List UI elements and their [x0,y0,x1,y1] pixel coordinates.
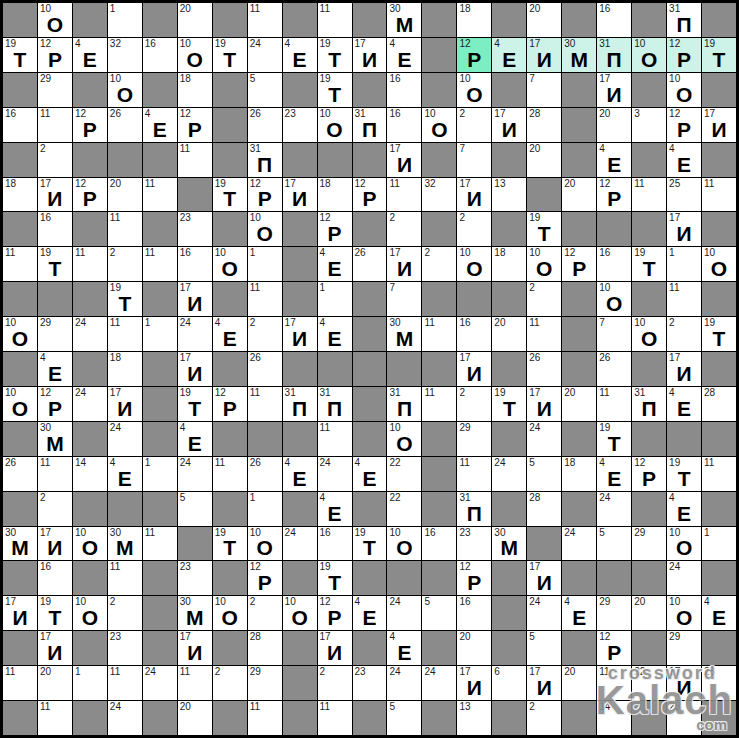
cell-r4c14[interactable]: 2 [457,108,491,142]
cell-r16c2[interactable]: 17И [38,527,72,561]
cell-r12c15[interactable]: 19Т [492,387,526,421]
cell-r2c17[interactable]: 30М [562,38,596,72]
cell-r8c18[interactable]: 16 [597,247,631,281]
cell-r20c12[interactable]: 24 [387,666,421,700]
cell-r4c3[interactable]: 12Р [73,108,107,142]
cell-r7c12[interactable]: 2 [387,212,421,246]
cell-r6c1[interactable]: 18 [3,178,37,212]
cell-r8c6[interactable]: 16 [178,247,212,281]
cell-r19c10[interactable]: 17И [318,631,352,665]
cell-r14c17[interactable]: 18 [562,457,596,491]
cell-r2c11[interactable]: 17И [353,38,387,72]
cell-r14c12[interactable]: 22 [387,457,421,491]
cell-r12c7[interactable]: 12Р [213,387,247,421]
cell-r8c20[interactable]: 1 [667,247,701,281]
cell-r4c8[interactable]: 26 [248,108,282,142]
cell-r10c4[interactable]: 11 [108,317,142,351]
cell-r14c15[interactable]: 24 [492,457,526,491]
cell-r9c16[interactable]: 2 [527,282,561,316]
cell-r14c20[interactable]: 19Т [667,457,701,491]
cell-r19c14[interactable]: 20 [457,631,491,665]
cell-r12c3[interactable]: 24 [73,387,107,421]
cell-r19c12[interactable]: 4Е [387,631,421,665]
cell-r20c7[interactable]: 2 [213,666,247,700]
cell-r4c21[interactable]: 17И [702,108,736,142]
cell-r12c12[interactable]: 31П [387,387,421,421]
cell-r1c10[interactable]: 11 [318,3,352,37]
cell-r10c7[interactable]: 4Е [213,317,247,351]
cell-r12c13[interactable]: 11 [422,387,456,421]
cell-r5c2[interactable]: 2 [38,143,72,177]
cell-r19c16[interactable]: 5 [527,631,561,665]
cell-r18c2[interactable]: 19Т [38,596,72,630]
cell-r6c21[interactable]: 11 [702,178,736,212]
cell-r16c10[interactable]: 16 [318,527,352,561]
cell-r9c8[interactable]: 11 [248,282,282,316]
cell-r10c1[interactable]: 10О [3,317,37,351]
cell-r19c8[interactable]: 28 [248,631,282,665]
cell-r21c8[interactable]: 11 [248,701,282,735]
cell-r5c20[interactable]: 4Е [667,143,701,177]
cell-r2c15[interactable]: 4Е [492,38,526,72]
block-cell-r15c17 [562,492,596,526]
cell-r3c16[interactable]: 7 [527,73,561,107]
cell-r6c13[interactable]: 32 [422,178,456,212]
cell-r12c14[interactable]: 2 [457,387,491,421]
cell-r14c9[interactable]: 4Е [283,457,317,491]
cell-r6c12[interactable]: 11 [387,178,421,212]
cell-r20c18[interactable]: 11 [597,666,631,700]
cell-r14c10[interactable]: 24 [318,457,352,491]
cell-r20c16[interactable]: 17И [527,666,561,700]
cell-r6c18[interactable]: 12Р [597,178,631,212]
cell-r6c4[interactable]: 20 [108,178,142,212]
cell-r16c14[interactable]: 23 [457,527,491,561]
cell-r18c16[interactable]: 24 [527,596,561,630]
cell-r2c20[interactable]: 12Р [667,38,701,72]
cell-r4c6[interactable]: 12Р [178,108,212,142]
cell-r11c16[interactable]: 26 [527,352,561,386]
cell-r16c1[interactable]: 30М [3,527,37,561]
cell-r18c6[interactable]: 30М [178,596,212,630]
cell-r15c20[interactable]: 4Е [667,492,701,526]
cell-r17c2[interactable]: 16 [38,561,72,595]
cell-r4c1[interactable]: 16 [3,108,37,142]
cell-r8c5[interactable]: 11 [143,247,177,281]
cell-r16c7[interactable]: 19Т [213,527,247,561]
cell-r5c6[interactable]: 11 [178,143,212,177]
cell-r15c2[interactable]: 2 [38,492,72,526]
cell-r20c3[interactable]: 1 [73,666,107,700]
cell-r2c10[interactable]: 19Т [318,38,352,72]
cell-r2c2[interactable]: 12Р [38,38,72,72]
cell-r17c4[interactable]: 11 [108,561,142,595]
cell-r8c12[interactable]: 17И [387,247,421,281]
cell-r14c21[interactable]: 11 [702,457,736,491]
cell-r1c14[interactable]: 18 [457,3,491,37]
cell-r21c20[interactable]: 28 [667,701,701,735]
cell-r5c18[interactable]: 4Е [597,143,631,177]
cell-r20c1[interactable]: 11 [3,666,37,700]
cell-r2c5[interactable]: 16 [143,38,177,72]
cell-r2c3[interactable]: 4Е [73,38,107,72]
cell-r13c16[interactable]: 24 [527,422,561,456]
cell-r8c13[interactable]: 2 [422,247,456,281]
cell-r18c1[interactable]: 17И [3,596,37,630]
cell-r20c19[interactable]: 22 [632,666,666,700]
cell-r7c8[interactable]: 10О [248,212,282,246]
cell-letter: Т [38,255,72,281]
cell-r21c14[interactable]: 13 [457,701,491,735]
cell-r12c16[interactable]: 17И [527,387,561,421]
cell-r6c3[interactable]: 12Р [73,178,107,212]
cell-r14c18[interactable]: 4Е [597,457,631,491]
cell-r18c10[interactable]: 12Р [318,596,352,630]
cell-r12c19[interactable]: 31П [632,387,666,421]
cell-r8c1[interactable]: 11 [3,247,37,281]
cell-r11c4[interactable]: 18 [108,352,142,386]
cell-r12c2[interactable]: 12Р [38,387,72,421]
cell-r18c11[interactable]: 4Е [353,596,387,630]
cell-r20c5[interactable]: 24 [143,666,177,700]
cell-r9c4[interactable]: 19Т [108,282,142,316]
cell-r21c18[interactable]: 14 [597,701,631,735]
cell-r7c14[interactable]: 2 [457,212,491,246]
cell-r16c12[interactable]: 10О [387,527,421,561]
cell-r20c10[interactable]: 2 [318,666,352,700]
cell-r21c10[interactable]: 11 [318,701,352,735]
cell-r12c9[interactable]: 31П [283,387,317,421]
cell-r14c2[interactable]: 11 [38,457,72,491]
cell-r10c9[interactable]: 17И [283,317,317,351]
cell-r4c16[interactable]: 28 [527,108,561,142]
cell-r8c8[interactable]: 1 [248,247,282,281]
cell-r20c20[interactable]: 17И [667,666,701,700]
cell-r21c2[interactable]: 11 [38,701,72,735]
cell-r3c8[interactable]: 5 [248,73,282,107]
cell-r2c19[interactable]: 10О [632,38,666,72]
cell-r3c12[interactable]: 16 [387,73,421,107]
cell-r1c4[interactable]: 1 [108,3,142,37]
cell-r18c20[interactable]: 10О [667,596,701,630]
cell-r4c9[interactable]: 23 [283,108,317,142]
cell-r18c13[interactable]: 5 [422,596,456,630]
cell-r8c3[interactable]: 11 [73,247,107,281]
cell-r10c6[interactable]: 24 [178,317,212,351]
cell-r8c14[interactable]: 10О [457,247,491,281]
cell-letter: О [527,255,561,281]
cell-r6c8[interactable]: 12Р [248,178,282,212]
cell-r11c14[interactable]: 17И [457,352,491,386]
cell-r16c3[interactable]: 10О [73,527,107,561]
cell-r11c6[interactable]: 17И [178,352,212,386]
cell-r18c4[interactable]: 2 [108,596,142,630]
cell-r12c4[interactable]: 17И [108,387,142,421]
cell-r14c16[interactable]: 5 [527,457,561,491]
cell-r7c16[interactable]: 19Т [527,212,561,246]
cell-r18c12[interactable]: 24 [387,596,421,630]
cell-r12c10[interactable]: 31П [318,387,352,421]
cell-r10c2[interactable]: 29 [38,317,72,351]
cell-r10c13[interactable]: 11 [422,317,456,351]
cell-r3c6[interactable]: 18 [178,73,212,107]
cell-r2c6[interactable]: 10О [178,38,212,72]
cell-r11c8[interactable]: 26 [248,352,282,386]
cell-r7c6[interactable]: 23 [178,212,212,246]
cell-r1c12[interactable]: 30М [387,3,421,37]
cell-r17c20[interactable]: 24 [667,561,701,595]
cell-r10c3[interactable]: 24 [73,317,107,351]
cell-r16c4[interactable]: 30М [108,527,142,561]
cell-r15c18[interactable]: 24 [597,492,631,526]
cell-r12c21[interactable]: 28 [702,387,736,421]
cell-r9c10[interactable]: 1 [318,282,352,316]
cell-r11c18[interactable]: 26 [597,352,631,386]
cell-r4c15[interactable]: 17И [492,108,526,142]
cell-r3c18[interactable]: 17И [597,73,631,107]
cell-r14c4[interactable]: 4Е [108,457,142,491]
cell-r2c8[interactable]: 24 [248,38,282,72]
cell-r14c11[interactable]: 4Е [353,457,387,491]
cell-r21c6[interactable]: 20 [178,701,212,735]
cell-r16c15[interactable]: 30М [492,527,526,561]
cell-r2c1[interactable]: 19Т [3,38,37,72]
cell-r14c8[interactable]: 26 [248,457,282,491]
cell-r6c5[interactable]: 11 [143,178,177,212]
cell-r11c2[interactable]: 4Е [38,352,72,386]
cell-r2c4[interactable]: 32 [108,38,142,72]
cell-r9c6[interactable]: 17И [178,282,212,316]
cell-r15c16[interactable]: 28 [527,492,561,526]
cell-r9c12[interactable]: 7 [387,282,421,316]
cell-r20c14[interactable]: 17И [457,666,491,700]
cell-r20c4[interactable]: 11 [108,666,142,700]
cell-r8c19[interactable]: 19Т [632,247,666,281]
cell-r15c14[interactable]: 31П [457,492,491,526]
cell-r3c20[interactable]: 10О [667,73,701,107]
cell-r14c5[interactable]: 1 [143,457,177,491]
cell-r20c17[interactable]: 20 [562,666,596,700]
cell-r18c17[interactable]: 4Е [562,596,596,630]
cell-r7c20[interactable]: 17И [667,212,701,246]
cell-r19c20[interactable]: 29 [667,631,701,665]
cell-r15c8[interactable]: 1 [248,492,282,526]
cell-r6c19[interactable]: 11 [632,178,666,212]
cell-r16c20[interactable]: 10О [667,527,701,561]
cell-r10c10[interactable]: 4Е [318,317,352,351]
cell-r6c10[interactable]: 18 [318,178,352,212]
cell-r9c20[interactable]: 11 [667,282,701,316]
cell-r6c9[interactable]: 17И [283,178,317,212]
cell-r15c12[interactable]: 22 [387,492,421,526]
cell-r4c10[interactable]: 10О [318,108,352,142]
cell-r4c5[interactable]: 4Е [143,108,177,142]
cell-r10c16[interactable]: 11 [527,317,561,351]
cell-r16c9[interactable]: 24 [283,527,317,561]
cell-r2c18[interactable]: 31П [597,38,631,72]
cell-r20c13[interactable]: 24 [422,666,456,700]
cell-r4c4[interactable]: 26 [108,108,142,142]
cell-r8c16[interactable]: 10О [527,247,561,281]
cell-r6c17[interactable]: 20 [562,178,596,212]
cell-r19c2[interactable]: 17И [38,631,72,665]
cell-r12c20[interactable]: 4Е [667,387,701,421]
cell-r2c16[interactable]: 17И [527,38,561,72]
cell-r3c14[interactable]: 10О [457,73,491,107]
cell-r10c19[interactable]: 10О [632,317,666,351]
cell-r20c21[interactable]: 28 [702,666,736,700]
cell-r14c6[interactable]: 24 [178,457,212,491]
cell-r4c18[interactable]: 20 [597,108,631,142]
cell-r6c7[interactable]: 19Т [213,178,247,212]
cell-r16c13[interactable]: 16 [422,527,456,561]
cell-r18c14[interactable]: 16 [457,596,491,630]
cell-r15c6[interactable]: 5 [178,492,212,526]
cell-r13c12[interactable]: 10О [387,422,421,456]
cell-r8c7[interactable]: 10О [213,247,247,281]
cell-r5c8[interactable]: 31П [248,143,282,177]
cell-r7c10[interactable]: 12Р [318,212,352,246]
cell-r20c15[interactable]: 6 [492,666,526,700]
cell-r5c12[interactable]: 17И [387,143,421,177]
cell-r5c16[interactable]: 20 [527,143,561,177]
cell-r10c5[interactable]: 1 [143,317,177,351]
cell-r13c18[interactable]: 19Т [597,422,631,456]
cell-r10c15[interactable]: 20 [492,317,526,351]
cell-r7c4[interactable]: 11 [108,212,142,246]
cell-r9c18[interactable]: 10О [597,282,631,316]
cell-r6c15[interactable]: 13 [492,178,526,212]
cell-r8c15[interactable]: 18 [492,247,526,281]
cell-r8c2[interactable]: 19Т [38,247,72,281]
cell-r10c21[interactable]: 19Т [702,317,736,351]
cell-r19c4[interactable]: 23 [108,631,142,665]
cell-r14c1[interactable]: 26 [3,457,37,491]
cell-r2c7[interactable]: 19Т [213,38,247,72]
cell-r12c1[interactable]: 10О [3,387,37,421]
cell-r2c12[interactable]: 4Е [387,38,421,72]
cell-r4c12[interactable]: 16 [387,108,421,142]
cell-r18c18[interactable]: 29 [597,596,631,630]
cell-r17c10[interactable]: 19Т [318,561,352,595]
cell-r6c2[interactable]: 17И [38,178,72,212]
cell-r17c6[interactable]: 23 [178,561,212,595]
cell-r1c20[interactable]: 31П [667,3,701,37]
cell-r14c7[interactable]: 11 [213,457,247,491]
cell-r16c21[interactable]: 1 [702,527,736,561]
cell-r6c11[interactable]: 12Р [353,178,387,212]
cell-r6c20[interactable]: 25 [667,178,701,212]
cell-r1c8[interactable]: 11 [248,3,282,37]
cell-r16c5[interactable]: 11 [143,527,177,561]
cell-r2c9[interactable]: 4Е [283,38,317,72]
cell-r17c8[interactable]: 12Р [248,561,282,595]
cell-r20c2[interactable]: 20 [38,666,72,700]
cell-r18c19[interactable]: 20 [632,596,666,630]
cell-r21c16[interactable]: 2 [527,701,561,735]
block-cell-r5c9 [283,143,317,177]
cell-r17c16[interactable]: 17И [527,561,561,595]
block-cell-r4c17 [562,108,596,142]
cell-r1c6[interactable]: 20 [178,3,212,37]
cell-r12c17[interactable]: 20 [562,387,596,421]
cell-r4c20[interactable]: 12Р [667,108,701,142]
cell-r4c2[interactable]: 11 [38,108,72,142]
cell-r13c10[interactable]: 11 [318,422,352,456]
cell-r14c19[interactable]: 12Р [632,457,666,491]
cell-r8c10[interactable]: 4Е [318,247,352,281]
cell-r4c11[interactable]: 31П [353,108,387,142]
cell-r18c7[interactable]: 10О [213,596,247,630]
cell-r18c21[interactable]: 4Е [702,596,736,630]
cell-r17c14[interactable]: 12Р [457,561,491,595]
cell-r13c4[interactable]: 24 [108,422,142,456]
cell-r10c18[interactable]: 7 [597,317,631,351]
cell-r20c6[interactable]: 11 [178,666,212,700]
cell-r13c14[interactable]: 29 [457,422,491,456]
cell-r1c2[interactable]: 10О [38,3,72,37]
cell-r19c18[interactable]: 12Р [597,631,631,665]
cell-r18c9[interactable]: 10О [283,596,317,630]
cell-r4c19[interactable]: 3 [632,108,666,142]
cell-r2c21[interactable]: 19Т [702,38,736,72]
cell-r6c14[interactable]: 17И [457,178,491,212]
cell-r15c10[interactable]: 4Е [318,492,352,526]
cell-r20c8[interactable]: 29 [248,666,282,700]
cell-r5c14[interactable]: 7 [457,143,491,177]
cell-r16c19[interactable]: 29 [632,527,666,561]
cell-r4c13[interactable]: 10О [422,108,456,142]
cell-r11c20[interactable]: 17И [667,352,701,386]
cell-r8c21[interactable]: 10О [702,247,736,281]
cell-r10c8[interactable]: 2 [248,317,282,351]
cell-r10c14[interactable]: 16 [457,317,491,351]
cell-r2c14[interactable]: 12Р [457,38,491,72]
cell-r14c3[interactable]: 14 [73,457,107,491]
cell-r12c8[interactable]: 11 [248,387,282,421]
cell-r14c14[interactable]: 11 [457,457,491,491]
cell-r8c17[interactable]: 12Р [562,247,596,281]
block-cell-r5c13 [422,143,456,177]
cell-r21c4[interactable]: 24 [108,701,142,735]
cell-r16c8[interactable]: 10О [248,527,282,561]
cell-r12c6[interactable]: 19Т [178,387,212,421]
cell-r12c18[interactable]: 11 [597,387,631,421]
cell-r21c12[interactable]: 5 [387,701,421,735]
cell-letter: Е [667,395,701,421]
cell-r3c10[interactable]: 19Т [318,73,352,107]
cell-r10c12[interactable]: 30М [387,317,421,351]
cell-r3c4[interactable]: 10О [108,73,142,107]
cell-r1c16[interactable]: 20 [527,3,561,37]
cell-r7c2[interactable]: 16 [38,212,72,246]
cell-r8c11[interactable]: 26 [353,247,387,281]
cell-r8c4[interactable]: 2 [108,247,142,281]
cell-r13c6[interactable]: 4Е [178,422,212,456]
cell-r18c8[interactable]: 2 [248,596,282,630]
cell-r1c18[interactable]: 16 [597,3,631,37]
cell-r19c6[interactable]: 17И [178,631,212,665]
cell-r18c3[interactable]: 10О [73,596,107,630]
block-cell-r13c17 [562,422,596,456]
cell-r16c11[interactable]: 19Т [353,527,387,561]
cell-r3c2[interactable]: 29 [38,73,72,107]
cell-r16c18[interactable]: 5 [597,527,631,561]
cell-r20c11[interactable]: 23 [353,666,387,700]
cell-r16c17[interactable]: 24 [562,527,596,561]
cell-r13c2[interactable]: 30М [38,422,72,456]
cell-r10c20[interactable]: 2 [667,317,701,351]
